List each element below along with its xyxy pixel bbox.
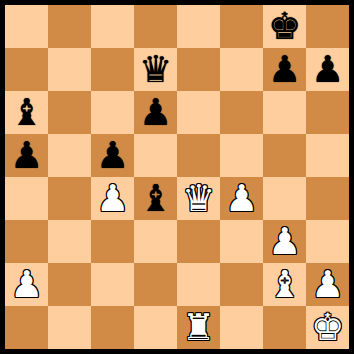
square-e3[interactable] [177,220,220,263]
square-a7[interactable] [5,48,48,91]
square-a5[interactable]: ♟ [5,134,48,177]
square-d2[interactable] [134,263,177,306]
square-h1[interactable]: ♚ [306,306,349,349]
square-f2[interactable] [220,263,263,306]
square-e1[interactable]: ♜ [177,306,220,349]
square-d7[interactable]: ♛ [134,48,177,91]
square-g4[interactable] [263,177,306,220]
piece-white-pawn[interactable]: ♟ [225,177,258,220]
square-b5[interactable] [48,134,91,177]
square-d1[interactable] [134,306,177,349]
piece-black-pawn[interactable]: ♟ [268,48,301,91]
square-e6[interactable] [177,91,220,134]
piece-black-king[interactable]: ♚ [268,5,301,48]
square-a8[interactable] [5,5,48,48]
square-c7[interactable] [91,48,134,91]
square-g5[interactable] [263,134,306,177]
square-b3[interactable] [48,220,91,263]
square-a1[interactable] [5,306,48,349]
chess-board: ♚♛♟♟♝♟♟♟♟♝♛♟♟♟♝♟♜♚ [5,5,349,349]
square-c1[interactable] [91,306,134,349]
square-h3[interactable] [306,220,349,263]
square-c2[interactable] [91,263,134,306]
square-d6[interactable]: ♟ [134,91,177,134]
square-a6[interactable]: ♝ [5,91,48,134]
square-d4[interactable]: ♝ [134,177,177,220]
square-a2[interactable]: ♟ [5,263,48,306]
square-e5[interactable] [177,134,220,177]
piece-black-bishop[interactable]: ♝ [139,177,172,220]
piece-black-pawn[interactable]: ♟ [311,48,344,91]
square-b2[interactable] [48,263,91,306]
piece-black-pawn[interactable]: ♟ [139,91,172,134]
square-h8[interactable] [306,5,349,48]
piece-white-pawn[interactable]: ♟ [268,220,301,263]
square-g7[interactable]: ♟ [263,48,306,91]
square-h2[interactable]: ♟ [306,263,349,306]
piece-white-pawn[interactable]: ♟ [311,263,344,306]
square-g8[interactable]: ♚ [263,5,306,48]
square-b7[interactable] [48,48,91,91]
piece-black-pawn[interactable]: ♟ [96,134,129,177]
square-h7[interactable]: ♟ [306,48,349,91]
piece-white-pawn[interactable]: ♟ [96,177,129,220]
piece-white-queen[interactable]: ♛ [182,177,215,220]
square-f1[interactable] [220,306,263,349]
square-c3[interactable] [91,220,134,263]
square-b4[interactable] [48,177,91,220]
square-g6[interactable] [263,91,306,134]
piece-black-bishop[interactable]: ♝ [10,91,43,134]
square-b8[interactable] [48,5,91,48]
square-e8[interactable] [177,5,220,48]
square-g3[interactable]: ♟ [263,220,306,263]
square-c4[interactable]: ♟ [91,177,134,220]
square-d3[interactable] [134,220,177,263]
square-f7[interactable] [220,48,263,91]
square-e4[interactable]: ♛ [177,177,220,220]
square-h4[interactable] [306,177,349,220]
piece-white-rook[interactable]: ♜ [182,306,215,349]
piece-white-pawn[interactable]: ♟ [10,263,43,306]
square-g2[interactable]: ♝ [263,263,306,306]
piece-white-king[interactable]: ♚ [311,306,344,349]
square-c8[interactable] [91,5,134,48]
square-h5[interactable] [306,134,349,177]
square-c6[interactable] [91,91,134,134]
square-e2[interactable] [177,263,220,306]
piece-black-pawn[interactable]: ♟ [10,134,43,177]
square-g1[interactable] [263,306,306,349]
square-f4[interactable]: ♟ [220,177,263,220]
square-f6[interactable] [220,91,263,134]
square-f8[interactable] [220,5,263,48]
square-f5[interactable] [220,134,263,177]
square-d5[interactable] [134,134,177,177]
square-e7[interactable] [177,48,220,91]
square-b1[interactable] [48,306,91,349]
piece-black-queen[interactable]: ♛ [139,48,172,91]
square-h6[interactable] [306,91,349,134]
square-d8[interactable] [134,5,177,48]
piece-white-bishop[interactable]: ♝ [268,263,301,306]
square-c5[interactable]: ♟ [91,134,134,177]
square-a4[interactable] [5,177,48,220]
square-f3[interactable] [220,220,263,263]
square-b6[interactable] [48,91,91,134]
chess-board-frame: ♚♛♟♟♝♟♟♟♟♝♛♟♟♟♝♟♜♚ [0,0,354,354]
square-a3[interactable] [5,220,48,263]
